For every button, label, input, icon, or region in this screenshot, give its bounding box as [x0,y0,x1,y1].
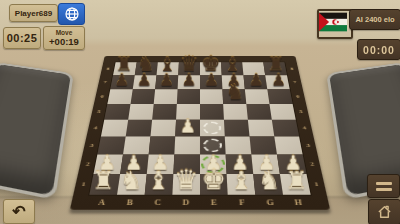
black-clock-value: 00:00 [363,44,395,56]
square-a6[interactable] [107,89,132,104]
white-clock-value: 00:25 [7,32,38,44]
white-player-name: Player689 [9,4,58,22]
file-label-A: A [87,197,117,209]
square-h1[interactable]: ♜ [280,174,311,195]
white-queen-d1[interactable]: ♛ [172,166,200,194]
chess-board: ♜♞♝♛♚♝♜♟♟♟♟♟♟♟♟♞♟♟♟♟♟♟♟♟♜♞♝♛♚♝♞♜ ABCDEFG… [70,56,330,210]
black-player-name: AI 2400 elo [349,9,400,30]
square-b5[interactable] [128,104,153,120]
white-player-name-label: Player689 [15,9,52,18]
move-timer: Move +00:19 [43,26,85,50]
white-rook-a1[interactable]: ♜ [90,169,118,194]
square-b6[interactable] [131,89,156,104]
square-a5[interactable] [104,104,130,120]
square-f4[interactable] [224,120,250,137]
square-f5[interactable] [223,104,248,120]
white-clock: 00:25 [3,27,41,49]
square-e4[interactable] [200,120,225,137]
white-king-e1[interactable]: ♚ [200,166,228,194]
black-knight-f6[interactable]: ♞ [223,82,246,103]
square-d4[interactable]: ♟ [175,120,200,137]
square-c4[interactable] [150,120,176,137]
black-pawn-e7[interactable]: ♟ [200,72,222,89]
file-label-E: E [200,197,228,209]
white-knight-b1[interactable]: ♞ [117,169,145,194]
square-d7[interactable]: ♟ [178,75,200,89]
square-b7[interactable]: ♟ [133,75,157,89]
square-g7[interactable]: ♟ [243,75,267,89]
white-rook-h1[interactable]: ♜ [283,169,311,194]
rank-label-5: 5 [294,104,309,120]
rank-label-4: 4 [297,120,313,137]
home-icon [376,204,393,220]
square-b4[interactable] [126,120,152,137]
undo-arrow-icon: ↶ [12,204,25,220]
white-pawn-d4[interactable]: ♟ [175,117,200,136]
square-g4[interactable] [248,120,274,137]
white-bishop-c1[interactable]: ♝ [145,169,173,194]
file-label-C: C [143,197,172,209]
square-g5[interactable] [246,104,271,120]
black-player-name-label: AI 2400 elo [355,15,394,24]
square-e7[interactable]: ♟ [200,75,222,89]
white-bishop-f1[interactable]: ♝ [228,169,256,194]
rank-label-7: 7 [288,75,302,89]
undo-button[interactable]: ↶ [3,199,35,224]
black-pawn-g7[interactable]: ♟ [245,72,267,89]
game-screen: ♜♞♝♛♚♝♜♟♟♟♟♟♟♟♟♞♟♟♟♟♟♟♟♟♜♞♝♛♚♝♞♜ ABCDEFG… [0,0,400,224]
black-pawn-h7[interactable]: ♟ [267,72,289,89]
square-e1[interactable]: ♚ [200,174,228,195]
square-h6[interactable] [267,89,292,104]
file-label-H: H [283,197,313,209]
square-c7[interactable]: ♟ [155,75,178,89]
chess-board-grid: ♜♞♝♛♚♝♜♟♟♟♟♟♟♟♟♞♟♟♟♟♟♟♟♟♜♞♝♛♚♝♞♜ [89,62,310,195]
black-pawn-a7[interactable]: ♟ [110,72,132,89]
square-h4[interactable] [272,120,299,137]
online-globe-button[interactable] [58,3,85,25]
square-b1[interactable]: ♞ [117,174,147,195]
square-d1[interactable]: ♛ [172,174,200,195]
move-hint-e4[interactable] [203,122,222,135]
file-label-B: B [115,197,145,209]
western-sahara-flag[interactable] [317,9,353,39]
move-timer-value: +00:19 [49,37,79,47]
square-e6[interactable] [200,89,223,104]
square-f6[interactable]: ♞ [222,89,246,104]
file-label-G: G [255,197,285,209]
square-a4[interactable] [101,120,128,137]
square-c6[interactable] [154,89,178,104]
home-button[interactable] [368,199,400,224]
rank-label-3: 3 [300,136,316,154]
square-c5[interactable] [152,104,177,120]
square-g1[interactable]: ♞ [253,174,283,195]
file-labels: ABCDEFGH [87,197,314,209]
square-d3[interactable] [174,136,200,154]
black-clock: 00:00 [357,39,400,60]
flag-icon [319,11,347,33]
square-f1[interactable]: ♝ [227,174,256,195]
square-h5[interactable] [269,104,295,120]
square-a7[interactable]: ♟ [110,75,134,89]
menu-bars-icon [376,182,392,185]
menu-button[interactable] [367,174,400,198]
white-knight-g1[interactable]: ♞ [255,169,283,194]
rank-label-6: 6 [291,89,306,104]
square-h7[interactable]: ♟ [265,75,289,89]
square-d6[interactable] [177,89,200,104]
black-pawn-b7[interactable]: ♟ [133,72,155,89]
square-g6[interactable] [245,89,270,104]
globe-icon [64,6,80,22]
file-label-D: D [172,197,200,209]
black-pawn-d7[interactable]: ♟ [178,72,200,89]
square-e5[interactable] [200,104,224,120]
black-pawn-c7[interactable]: ♟ [155,72,177,89]
square-c1[interactable]: ♝ [145,174,174,195]
square-a1[interactable]: ♜ [89,174,120,195]
file-label-F: F [228,197,257,209]
